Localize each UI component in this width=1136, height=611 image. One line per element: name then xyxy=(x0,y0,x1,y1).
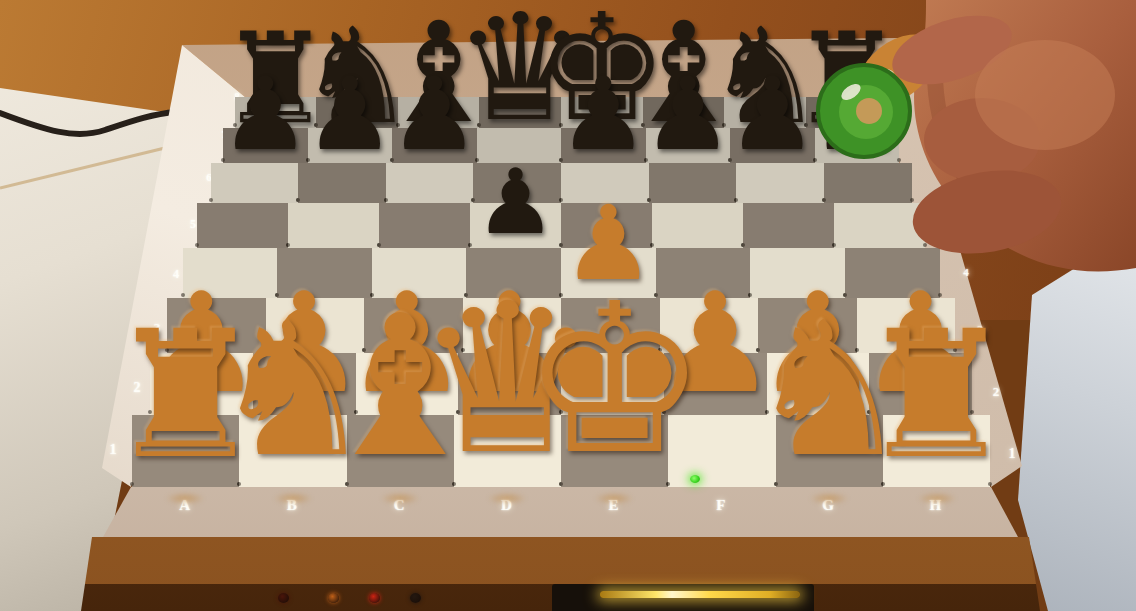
square-h6[interactable] xyxy=(824,163,912,203)
square-f7[interactable]: ♟ xyxy=(646,128,731,163)
black-pawn-h7[interactable]: ♟ xyxy=(811,67,902,163)
square-f6[interactable] xyxy=(649,163,737,203)
square-e7[interactable]: ♟ xyxy=(561,128,646,163)
rank-6 xyxy=(211,163,912,203)
black-pawn-d5[interactable]: ♟ xyxy=(475,159,556,245)
origin-led-f1 xyxy=(690,475,700,483)
button-led-4[interactable] xyxy=(410,593,421,603)
square-c6[interactable] xyxy=(386,163,474,203)
black-pawn-f7[interactable]: ♟ xyxy=(642,67,733,163)
square-a7[interactable]: ♟ xyxy=(223,128,308,163)
square-g6[interactable] xyxy=(736,163,824,203)
video-frame: ABCDEFGH 12345678 12345 ♜♞♝♛♚♝♞♜♟♟♟♟♟♟♟♟… xyxy=(0,0,1136,611)
square-b5[interactable] xyxy=(288,203,379,248)
rank-7: ♟♟♟♟♟♟♟ xyxy=(223,128,899,163)
square-g5[interactable] xyxy=(743,203,834,248)
display-glow xyxy=(600,591,800,598)
square-a6[interactable] xyxy=(211,163,299,203)
square-b6[interactable] xyxy=(298,163,386,203)
chess-board: ♜♞♝♛♚♝♞♜♟♟♟♟♟♟♟♟♟♟♟♟♟♟♟♟♜♞♝♛♚♞♜ xyxy=(0,0,1136,611)
black-pawn-e7[interactable]: ♟ xyxy=(558,67,649,163)
button-led-3[interactable] xyxy=(369,593,380,603)
square-h1[interactable]: ♜ xyxy=(883,415,990,487)
button-led-2[interactable] xyxy=(328,593,339,603)
square-f5[interactable] xyxy=(652,203,743,248)
square-h7[interactable]: ♟ xyxy=(815,128,900,163)
square-h5[interactable] xyxy=(834,203,925,248)
black-pawn-a7[interactable]: ♟ xyxy=(220,67,311,163)
white-rook-h1[interactable]: ♜ xyxy=(857,312,1015,479)
button-led-1[interactable] xyxy=(278,593,289,603)
white-king-e1[interactable]: ♚ xyxy=(522,282,708,479)
square-a5[interactable] xyxy=(197,203,288,248)
square-e1[interactable]: ♚ xyxy=(561,415,668,487)
front-display xyxy=(552,584,814,611)
black-pawn-g7[interactable]: ♟ xyxy=(727,67,818,163)
square-c5[interactable] xyxy=(379,203,470,248)
square-g7[interactable]: ♟ xyxy=(730,128,815,163)
square-c7[interactable]: ♟ xyxy=(392,128,477,163)
square-b7[interactable]: ♟ xyxy=(308,128,393,163)
black-pawn-b7[interactable]: ♟ xyxy=(304,67,395,163)
square-d5[interactable]: ♟ xyxy=(470,203,561,248)
rank-5: ♟ xyxy=(197,203,925,248)
black-pawn-c7[interactable]: ♟ xyxy=(389,67,480,163)
rank-1: ♜♞♝♛♚♞♜ xyxy=(132,415,990,487)
